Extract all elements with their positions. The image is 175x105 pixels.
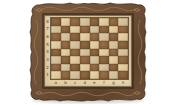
square-d1[interactable] (80, 71, 90, 79)
square-a8[interactable] (51, 18, 61, 26)
file-label-h: h (118, 80, 128, 86)
square-e4[interactable] (90, 49, 100, 57)
square-h4[interactable] (118, 49, 128, 57)
square-g6[interactable] (109, 33, 119, 41)
file-label-b: b (61, 80, 71, 86)
square-b3[interactable] (61, 56, 71, 64)
square-g3[interactable] (109, 56, 119, 64)
file-label-e: e (90, 80, 100, 86)
square-h8[interactable] (118, 18, 128, 26)
rank-labels: 87654321 (45, 18, 50, 79)
square-b2[interactable] (61, 64, 71, 72)
square-c7[interactable] (70, 26, 80, 34)
rank-label-2: 2 (45, 64, 50, 72)
square-e8[interactable] (90, 18, 100, 26)
square-d3[interactable] (80, 56, 90, 64)
square-a3[interactable] (51, 56, 61, 64)
square-g2[interactable] (109, 64, 119, 72)
file-label-f: f (99, 80, 109, 86)
file-label-c: c (70, 80, 80, 86)
square-d8[interactable] (80, 18, 90, 26)
rank-label-6: 6 (45, 33, 50, 41)
rank-label-7: 7 (45, 26, 50, 34)
square-f1[interactable] (99, 71, 109, 79)
rank-label-5: 5 (45, 41, 50, 49)
square-g4[interactable] (109, 49, 119, 57)
square-b6[interactable] (61, 33, 71, 41)
square-c8[interactable] (70, 18, 80, 26)
square-a6[interactable] (51, 33, 61, 41)
square-f3[interactable] (99, 56, 109, 64)
square-d7[interactable] (80, 26, 90, 34)
square-d2[interactable] (80, 64, 90, 72)
square-g7[interactable] (109, 26, 119, 34)
square-e5[interactable] (90, 41, 100, 49)
square-b7[interactable] (61, 26, 71, 34)
square-g1[interactable] (109, 71, 119, 79)
file-labels: abcdefgh (51, 80, 128, 86)
square-d6[interactable] (80, 33, 90, 41)
square-b1[interactable] (61, 71, 71, 79)
square-c4[interactable] (70, 49, 80, 57)
square-g8[interactable] (109, 18, 119, 26)
square-a5[interactable] (51, 41, 61, 49)
square-f5[interactable] (99, 41, 109, 49)
square-d4[interactable] (80, 49, 90, 57)
square-f7[interactable] (99, 26, 109, 34)
square-h2[interactable] (118, 64, 128, 72)
rank-label-3: 3 (45, 56, 50, 64)
square-b5[interactable] (61, 41, 71, 49)
board-panel: 87654321 abcdefgh (44, 15, 132, 87)
chess-grid (51, 18, 128, 79)
square-h7[interactable] (118, 26, 128, 34)
square-c2[interactable] (70, 64, 80, 72)
square-f6[interactable] (99, 33, 109, 41)
rank-label-8: 8 (45, 18, 50, 26)
square-b8[interactable] (61, 18, 71, 26)
square-e3[interactable] (90, 56, 100, 64)
square-f4[interactable] (99, 49, 109, 57)
square-e7[interactable] (90, 26, 100, 34)
square-a4[interactable] (51, 49, 61, 57)
square-h5[interactable] (118, 41, 128, 49)
square-a7[interactable] (51, 26, 61, 34)
square-d5[interactable] (80, 41, 90, 49)
square-b4[interactable] (61, 49, 71, 57)
square-e2[interactable] (90, 64, 100, 72)
square-h6[interactable] (118, 33, 128, 41)
square-h1[interactable] (118, 71, 128, 79)
square-c5[interactable] (70, 41, 80, 49)
square-c3[interactable] (70, 56, 80, 64)
square-e6[interactable] (90, 33, 100, 41)
rank-label-4: 4 (45, 49, 50, 57)
square-h3[interactable] (118, 56, 128, 64)
square-g5[interactable] (109, 41, 119, 49)
rank-label-1: 1 (45, 71, 50, 79)
square-f2[interactable] (99, 64, 109, 72)
square-a1[interactable] (51, 71, 61, 79)
square-c1[interactable] (70, 71, 80, 79)
square-a2[interactable] (51, 64, 61, 72)
file-label-a: a (51, 80, 61, 86)
file-label-d: d (80, 80, 90, 86)
square-e1[interactable] (90, 71, 100, 79)
square-c6[interactable] (70, 33, 80, 41)
square-f8[interactable] (99, 18, 109, 26)
chessboard-product-photo: 87654321 abcdefgh (0, 0, 175, 105)
file-label-g: g (109, 80, 119, 86)
